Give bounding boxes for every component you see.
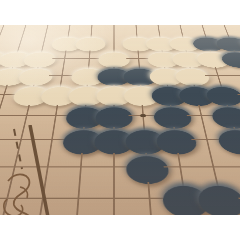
intersection-L11: ● <box>159 127 194 153</box>
intersection-K7 <box>126 51 152 67</box>
intersection-J6 <box>102 36 126 51</box>
intersection-J9: ● <box>100 85 128 105</box>
letterbox-bottom <box>0 215 240 240</box>
intersection-G7 <box>51 51 78 67</box>
intersection-G11 <box>34 127 69 153</box>
intersection-H7 <box>76 51 102 67</box>
intersection-H10: ● <box>69 105 100 128</box>
intersection-J13 <box>96 182 133 215</box>
intersection-J7: ● <box>101 51 126 67</box>
intersection-L5 <box>147 25 171 36</box>
intersection-H9: ● <box>72 85 101 105</box>
intersection-F8: ● <box>21 67 51 85</box>
page: { "game": "go", "scene": { "type": "phot… <box>0 0 240 240</box>
intersection-K12: ● <box>130 153 165 182</box>
intersection-K6: ● <box>125 36 150 51</box>
intersection-L6: ● <box>148 36 174 51</box>
intersection-H5 <box>80 25 103 36</box>
intersection-J10: ● <box>99 105 129 128</box>
intersection-L9: ● <box>154 85 185 105</box>
intersection-G9: ● <box>43 85 74 105</box>
intersection-J12 <box>97 153 131 182</box>
intersection-K9: ● <box>127 85 156 105</box>
go-board-photo: ●●●●●●●●●●●●●●●●●●●●●●●●●●●●●●●●●●●●●●●●… <box>0 25 240 215</box>
intersection-H13 <box>59 182 97 215</box>
intersection-H11: ● <box>66 127 99 153</box>
intersection-M5 <box>169 25 194 36</box>
intersection-F5 <box>34 25 59 36</box>
intersection-O6: ● <box>217 36 240 51</box>
intersection-G12 <box>28 153 66 182</box>
intersection-G6: ● <box>54 36 80 51</box>
intersection-F11 <box>2 127 39 153</box>
intersection-J5 <box>103 25 126 36</box>
go-board: ●●●●●●●●●●●●●●●●●●●●●●●●●●●●●●●●●●●●●●●●… <box>0 25 240 215</box>
intersection-K8: ● <box>127 67 154 85</box>
intersection-K11: ● <box>129 127 162 153</box>
intersection-J8: ● <box>101 67 128 85</box>
intersection-F6 <box>30 36 57 51</box>
letterbox-top <box>0 0 240 25</box>
intersection-K13 <box>131 182 169 215</box>
intersection-F10 <box>9 105 43 128</box>
intersection-L8: ● <box>152 67 181 85</box>
intersection-L10: ● <box>156 105 189 128</box>
intersection-G5 <box>57 25 81 36</box>
intersection-J11: ● <box>98 127 130 153</box>
intersection-L7: ● <box>150 51 177 67</box>
intersection-H8: ● <box>74 67 101 85</box>
intersection-F9: ● <box>15 85 47 105</box>
intersection-K5 <box>125 25 148 36</box>
intersection-H6: ● <box>78 36 103 51</box>
intersection-K10 <box>128 105 159 128</box>
intersection-F7: ● <box>25 51 53 67</box>
intersection-G13 <box>22 182 63 215</box>
star-point <box>140 114 146 117</box>
intersection-M13: ● <box>200 182 240 215</box>
intersection-H12 <box>63 153 98 182</box>
intersection-G10 <box>39 105 72 128</box>
intersection-G8 <box>47 67 76 85</box>
